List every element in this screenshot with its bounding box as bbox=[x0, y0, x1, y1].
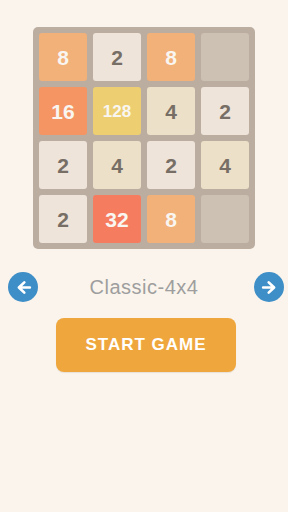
tile-4: 4 bbox=[201, 141, 249, 189]
tile-2: 2 bbox=[201, 87, 249, 135]
tile-2: 2 bbox=[93, 33, 141, 81]
mode-label: Classic-4x4 bbox=[38, 271, 250, 303]
tile-4: 4 bbox=[147, 87, 195, 135]
arrow-right-icon bbox=[260, 278, 279, 297]
tile-128: 128 bbox=[93, 87, 141, 135]
tile-32: 32 bbox=[93, 195, 141, 243]
tile-empty bbox=[201, 33, 249, 81]
arrow-left-icon bbox=[14, 278, 33, 297]
tile-4: 4 bbox=[93, 141, 141, 189]
tile-8: 8 bbox=[147, 33, 195, 81]
tile-2: 2 bbox=[39, 141, 87, 189]
start-game-button[interactable]: START GAME bbox=[56, 318, 236, 372]
mode-select-screen: 828161284224242328 Classic-4x4 START GAM… bbox=[0, 0, 288, 512]
tile-8: 8 bbox=[39, 33, 87, 81]
board: 828161284224242328 bbox=[33, 27, 255, 249]
prev-mode-button[interactable] bbox=[8, 272, 38, 302]
tile-2: 2 bbox=[39, 195, 87, 243]
tile-2: 2 bbox=[147, 141, 195, 189]
tile-8: 8 bbox=[147, 195, 195, 243]
mode-selector: Classic-4x4 bbox=[0, 271, 288, 303]
next-mode-button[interactable] bbox=[254, 272, 284, 302]
tile-empty bbox=[201, 195, 249, 243]
tile-16: 16 bbox=[39, 87, 87, 135]
